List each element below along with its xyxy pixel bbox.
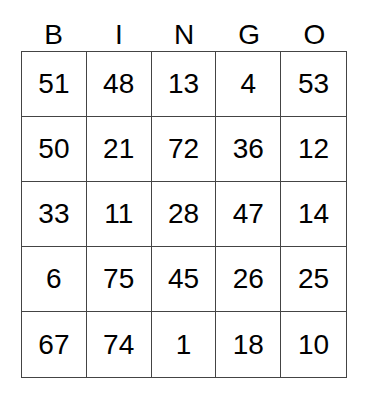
header-letter-n: N	[151, 18, 216, 51]
bingo-cell-r1c1[interactable]: 51	[22, 52, 87, 117]
bingo-board: 51 48 13 4 53 50 21 72 36 12 33 11 28 47…	[21, 51, 347, 378]
bingo-cell-r4c1[interactable]: 6	[22, 247, 87, 312]
header-letter-g: G	[217, 18, 282, 51]
bingo-cell-r3c3[interactable]: 28	[152, 182, 217, 247]
bingo-cell-r5c2[interactable]: 74	[87, 312, 152, 377]
bingo-cell-r4c3[interactable]: 45	[152, 247, 217, 312]
bingo-cell-r4c2[interactable]: 75	[87, 247, 152, 312]
bingo-cell-r2c4[interactable]: 36	[216, 117, 281, 182]
bingo-cell-r5c4[interactable]: 18	[216, 312, 281, 377]
bingo-cell-r2c1[interactable]: 50	[22, 117, 87, 182]
bingo-cell-r3c2[interactable]: 11	[87, 182, 152, 247]
bingo-cell-r1c4[interactable]: 4	[216, 52, 281, 117]
bingo-cell-r4c5[interactable]: 25	[281, 247, 346, 312]
bingo-cell-r5c3[interactable]: 1	[152, 312, 217, 377]
bingo-cell-r2c3[interactable]: 72	[152, 117, 217, 182]
bingo-cell-r2c5[interactable]: 12	[281, 117, 346, 182]
bingo-cell-r3c5[interactable]: 14	[281, 182, 346, 247]
bingo-cell-r3c1[interactable]: 33	[22, 182, 87, 247]
header-letter-o: O	[282, 18, 347, 51]
header-letter-b: B	[21, 18, 86, 51]
bingo-cell-r1c5[interactable]: 53	[281, 52, 346, 117]
bingo-cell-r1c3[interactable]: 13	[152, 52, 217, 117]
bingo-cell-r1c2[interactable]: 48	[87, 52, 152, 117]
bingo-header-row: B I N G O	[21, 18, 347, 51]
bingo-cell-r5c5[interactable]: 10	[281, 312, 346, 377]
bingo-cell-r4c4[interactable]: 26	[216, 247, 281, 312]
bingo-cell-r2c2[interactable]: 21	[87, 117, 152, 182]
bingo-cell-r5c1[interactable]: 67	[22, 312, 87, 377]
bingo-card: B I N G O 51 48 13 4 53 50 21 72 36 12 3…	[21, 18, 347, 378]
bingo-cell-r3c4[interactable]: 47	[216, 182, 281, 247]
header-letter-i: I	[86, 18, 151, 51]
